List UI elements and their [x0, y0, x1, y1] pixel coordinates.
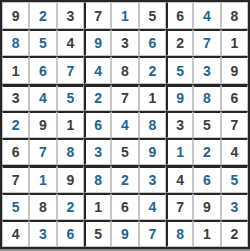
sudoku-cell-r3c4[interactable]: 4	[84, 56, 111, 83]
sudoku-cell-r8c9[interactable]: 3	[221, 193, 248, 220]
sudoku-cell-r8c7[interactable]: 7	[166, 193, 193, 220]
sudoku-cell-r3c1[interactable]: 1	[2, 56, 29, 83]
sudoku-cell-r6c3[interactable]: 8	[57, 138, 84, 165]
sudoku-cell-r1c8[interactable]: 4	[193, 2, 220, 29]
sudoku-cell-r3c6[interactable]: 2	[139, 56, 166, 83]
sudoku-cell-r3c2[interactable]: 6	[29, 56, 56, 83]
sudoku-cell-r4c4[interactable]: 2	[84, 84, 111, 111]
sudoku-cell-r4c9[interactable]: 6	[221, 84, 248, 111]
sudoku-cell-r1c2[interactable]: 2	[29, 2, 56, 29]
sudoku-cell-r2c4[interactable]: 9	[84, 29, 111, 56]
sudoku-cell-r2c5[interactable]: 3	[111, 29, 138, 56]
sudoku-cell-r7c5[interactable]: 2	[111, 165, 138, 192]
sudoku-cell-r6c5[interactable]: 5	[111, 138, 138, 165]
sudoku-cell-r7c1[interactable]: 7	[2, 165, 29, 192]
sudoku-cell-r1c9[interactable]: 8	[221, 2, 248, 29]
sudoku-cell-r7c2[interactable]: 1	[29, 165, 56, 192]
sudoku-cell-r1c7[interactable]: 6	[166, 2, 193, 29]
sudoku-cell-r7c4[interactable]: 8	[84, 165, 111, 192]
sudoku-cell-r8c6[interactable]: 4	[139, 193, 166, 220]
sudoku-cell-r4c7[interactable]: 9	[166, 84, 193, 111]
sudoku-cell-r9c9[interactable]: 2	[221, 220, 248, 247]
sudoku-cell-r6c4[interactable]: 3	[84, 138, 111, 165]
sudoku-cell-r9c8[interactable]: 1	[193, 220, 220, 247]
sudoku-cell-r8c8[interactable]: 9	[193, 193, 220, 220]
sudoku-cell-r9c7[interactable]: 8	[166, 220, 193, 247]
sudoku-cell-r2c7[interactable]: 2	[166, 29, 193, 56]
sudoku-cell-r9c4[interactable]: 5	[84, 220, 111, 247]
sudoku-cell-r1c5[interactable]: 1	[111, 2, 138, 29]
sudoku-cell-r3c3[interactable]: 7	[57, 56, 84, 83]
sudoku-cell-r2c6[interactable]: 6	[139, 29, 166, 56]
sudoku-cell-r5c1[interactable]: 2	[2, 111, 29, 138]
sudoku-cell-r1c4[interactable]: 7	[84, 2, 111, 29]
sudoku-cell-r5c4[interactable]: 6	[84, 111, 111, 138]
sudoku-cell-r9c6[interactable]: 7	[139, 220, 166, 247]
sudoku-cell-r4c8[interactable]: 8	[193, 84, 220, 111]
sudoku-cell-r6c2[interactable]: 7	[29, 138, 56, 165]
sudoku-cell-r2c1[interactable]: 8	[2, 29, 29, 56]
sudoku-cell-r4c1[interactable]: 3	[2, 84, 29, 111]
sudoku-cell-r5c9[interactable]: 7	[221, 111, 248, 138]
sudoku-cell-r7c7[interactable]: 4	[166, 165, 193, 192]
sudoku-cell-r5c5[interactable]: 4	[111, 111, 138, 138]
sudoku-cell-r9c3[interactable]: 6	[57, 220, 84, 247]
sudoku-cell-r6c6[interactable]: 9	[139, 138, 166, 165]
sudoku-cell-r6c9[interactable]: 4	[221, 138, 248, 165]
sudoku-cell-r3c7[interactable]: 5	[166, 56, 193, 83]
sudoku-cell-r6c8[interactable]: 2	[193, 138, 220, 165]
sudoku-cell-r7c6[interactable]: 3	[139, 165, 166, 192]
sudoku-cell-r2c2[interactable]: 5	[29, 29, 56, 56]
sudoku-cell-r2c3[interactable]: 4	[57, 29, 84, 56]
sudoku-board: 9237156488549362711674825393452719862916…	[0, 0, 250, 249]
sudoku-cell-r9c1[interactable]: 4	[2, 220, 29, 247]
sudoku-cell-r5c6[interactable]: 8	[139, 111, 166, 138]
sudoku-cell-r1c3[interactable]: 3	[57, 2, 84, 29]
sudoku-cell-r2c9[interactable]: 1	[221, 29, 248, 56]
sudoku-cell-r3c9[interactable]: 9	[221, 56, 248, 83]
sudoku-cell-r8c2[interactable]: 8	[29, 193, 56, 220]
sudoku-cell-r1c1[interactable]: 9	[2, 2, 29, 29]
sudoku-cell-r4c5[interactable]: 7	[111, 84, 138, 111]
sudoku-cell-r8c3[interactable]: 2	[57, 193, 84, 220]
sudoku-cell-r3c8[interactable]: 3	[193, 56, 220, 83]
sudoku-cell-r7c3[interactable]: 9	[57, 165, 84, 192]
sudoku-cell-r3c5[interactable]: 8	[111, 56, 138, 83]
sudoku-cell-r8c4[interactable]: 1	[84, 193, 111, 220]
sudoku-cell-r8c1[interactable]: 5	[2, 193, 29, 220]
sudoku-cell-r4c2[interactable]: 4	[29, 84, 56, 111]
sudoku-cell-r4c6[interactable]: 1	[139, 84, 166, 111]
sudoku-cell-r9c2[interactable]: 3	[29, 220, 56, 247]
sudoku-cell-r8c5[interactable]: 6	[111, 193, 138, 220]
sudoku-cell-r6c7[interactable]: 1	[166, 138, 193, 165]
sudoku-cell-r5c2[interactable]: 9	[29, 111, 56, 138]
sudoku-cell-r2c8[interactable]: 7	[193, 29, 220, 56]
sudoku-cell-r5c7[interactable]: 3	[166, 111, 193, 138]
sudoku-cell-r5c3[interactable]: 1	[57, 111, 84, 138]
sudoku-cell-r6c1[interactable]: 6	[2, 138, 29, 165]
sudoku-cell-r7c9[interactable]: 5	[221, 165, 248, 192]
sudoku-cell-r5c8[interactable]: 5	[193, 111, 220, 138]
sudoku-cell-r1c6[interactable]: 5	[139, 2, 166, 29]
sudoku-cell-r4c3[interactable]: 5	[57, 84, 84, 111]
sudoku-cell-r7c8[interactable]: 6	[193, 165, 220, 192]
sudoku-cell-r9c5[interactable]: 9	[111, 220, 138, 247]
